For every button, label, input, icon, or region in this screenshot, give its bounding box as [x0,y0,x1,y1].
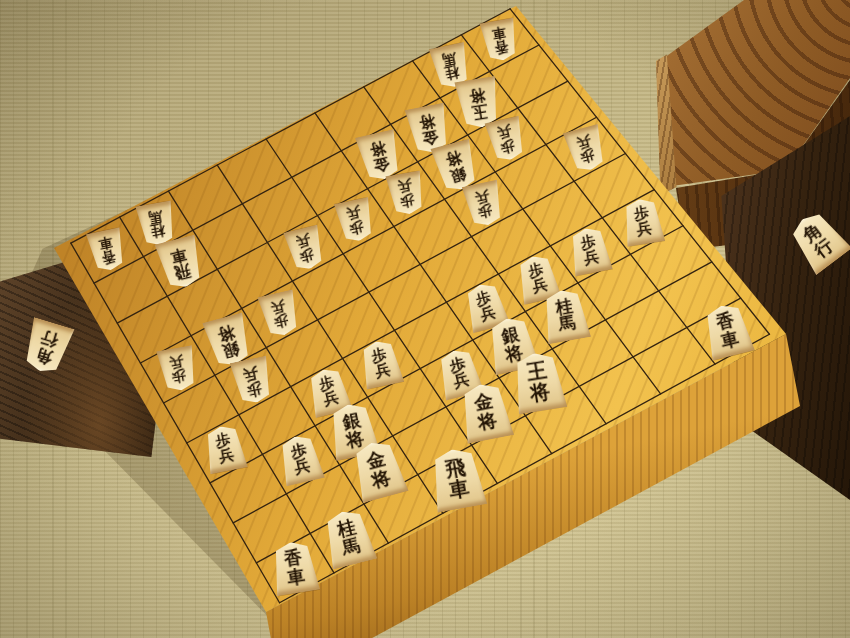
piece-kanji: 将 [216,322,237,343]
shogi-piece-gote-pawn-5c[interactable]: 歩兵 [333,197,377,245]
piece-kanji: 車 [286,567,307,588]
piece-kanji: 馬 [557,314,577,334]
piece-kanji: 将 [476,410,498,433]
piece-kanji: 兵 [322,390,340,409]
piece-kanji: 兵 [346,205,363,222]
piece-kanji: 歩 [349,220,366,237]
piece-kanji: 兵 [293,458,312,478]
piece-kanji: 車 [97,234,114,251]
shogi-piece-sente-lance-1i[interactable]: 香車 [700,301,756,362]
shogi-piece-sente-rook-6i[interactable]: 飛車 [426,445,488,513]
shogi-piece-gote-pawn-2c[interactable]: 歩兵 [484,116,529,164]
shogi-piece-sente-pawn-2f[interactable]: 歩兵 [566,224,614,276]
shogi-piece-gote-pawn-6c[interactable]: 歩兵 [283,224,328,273]
piece-kanji: 兵 [497,124,514,141]
piece-kanji: 兵 [242,364,260,382]
shogi-piece-gote-pawn-3d[interactable]: 歩兵 [461,179,506,228]
piece-kanji: 車 [448,477,471,501]
piece-kanji: 将 [369,467,392,491]
shogi-piece-gote-lance-1a[interactable]: 香車 [479,17,521,63]
piece-kanji: 兵 [217,447,235,465]
shogi-piece-gote-pawn-7d[interactable]: 歩兵 [256,289,302,339]
shogi-photo-scene: { "game": "shogi", "board_size": "9x9", … [0,0,850,638]
piece-kanji: 兵 [168,354,184,371]
hand-piece-sente-bishop-hand[interactable]: 角行 [783,205,850,275]
pieces-layer: 香車桂馬玉将金将歩兵歩兵金将銀将歩兵歩兵歩兵歩兵桂馬角行歩兵香車歩兵飛車歩兵歩兵… [0,0,850,638]
shogi-piece-sente-pawn-1f[interactable]: 歩兵 [619,196,665,247]
piece-kanji: 馬 [441,51,458,68]
shogi-piece-gote-pawn-8e[interactable]: 歩兵 [229,356,276,407]
piece-kanji: 兵 [396,178,412,195]
piece-kanji: 兵 [269,298,286,315]
piece-kanji: 車 [719,329,741,352]
shogi-piece-sente-lance-9i[interactable]: 香車 [269,539,322,597]
piece-kanji: 兵 [474,188,491,205]
shogi-piece-gote-pawn-9d[interactable]: 歩兵 [155,345,199,393]
hand-piece-gote-bishop-hand[interactable]: 角行 [19,317,76,378]
piece-kanji: 兵 [295,232,312,250]
piece-kanji: 将 [529,381,552,405]
shogi-piece-gote-lance-9a[interactable]: 香車 [85,226,128,273]
shogi-piece-sente-pawn-9f[interactable]: 歩兵 [201,423,249,475]
piece-kanji: 兵 [478,305,497,324]
shogi-piece-sente-pawn-8g[interactable]: 歩兵 [276,432,326,487]
piece-kanji: 兵 [575,133,592,151]
piece-kanji: 兵 [635,221,652,239]
piece-kanji: 馬 [340,536,362,559]
shogi-piece-gote-rook-8b[interactable]: 飛車 [154,234,207,291]
piece-kanji: 車 [168,245,188,265]
piece-kanji: 将 [368,138,387,158]
shogi-piece-sente-knight-8i[interactable]: 桂馬 [320,507,379,571]
piece-kanji: 兵 [452,371,472,391]
piece-kanji: 兵 [531,277,549,296]
piece-kanji: 馬 [147,208,163,225]
piece-kanji: 行 [39,328,60,350]
piece-kanji: 車 [491,24,507,41]
shogi-piece-gote-pawn-1d[interactable]: 歩兵 [562,124,609,175]
piece-kanji: 将 [345,429,366,451]
piece-kanji: 将 [468,85,486,104]
piece-kanji: 兵 [583,249,601,267]
piece-kanji: 将 [418,112,437,131]
shogi-piece-sente-pawn-6f[interactable]: 歩兵 [357,337,405,389]
shogi-piece-gote-pawn-4c[interactable]: 歩兵 [384,171,427,218]
piece-kanji: 兵 [374,362,392,380]
piece-kanji: 将 [444,149,464,169]
piece-kanji: 歩 [399,193,415,210]
